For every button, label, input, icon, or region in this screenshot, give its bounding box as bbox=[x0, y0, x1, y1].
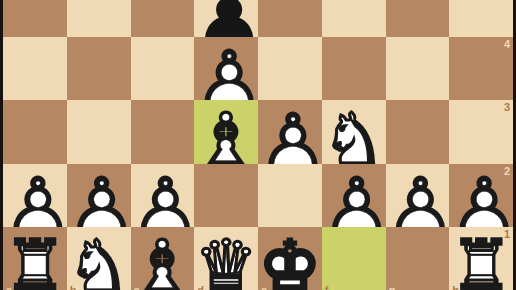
white-rook[interactable]: ♜♖ bbox=[3, 227, 67, 290]
board-viewport: ♟♟♙4♝♗♟♙♞♘3♟♙♟♙♟♙♟♙♟♙♟♙2♜♖a♞♘b♝♗c♛♕d♚♔ef… bbox=[3, 0, 513, 290]
white-pawn[interactable]: ♟♙ bbox=[386, 164, 450, 227]
square-b5[interactable] bbox=[67, 0, 131, 37]
square-c5[interactable] bbox=[131, 0, 195, 37]
square-c4[interactable] bbox=[131, 37, 195, 100]
square-c2[interactable]: ♟♙ bbox=[131, 164, 195, 227]
square-b2[interactable]: ♟♙ bbox=[67, 164, 131, 227]
white-pawn[interactable]: ♟♙ bbox=[131, 164, 195, 227]
chess-board: ♟♟♙4♝♗♟♙♞♘3♟♙♟♙♟♙♟♙♟♙♟♙2♜♖a♞♘b♝♗c♛♕d♚♔ef… bbox=[3, 0, 513, 290]
square-e2[interactable] bbox=[258, 164, 322, 227]
square-g2[interactable]: ♟♙ bbox=[386, 164, 450, 227]
square-f1[interactable]: f bbox=[322, 227, 386, 290]
square-d1[interactable]: ♛♕d bbox=[194, 227, 258, 290]
white-bishop[interactable]: ♝♗ bbox=[131, 227, 195, 290]
square-f4[interactable] bbox=[322, 37, 386, 100]
piece-outline-glyph: ♔ bbox=[258, 231, 321, 290]
square-e5[interactable] bbox=[258, 0, 322, 37]
white-rook[interactable]: ♜♖ bbox=[449, 227, 513, 290]
white-pawn[interactable]: ♟♙ bbox=[67, 164, 131, 227]
white-knight[interactable]: ♞♘ bbox=[322, 100, 386, 163]
white-pawn[interactable]: ♟♙ bbox=[258, 100, 322, 163]
file-coordinate-f: f bbox=[325, 285, 329, 290]
square-d3[interactable]: ♝♗ bbox=[194, 100, 258, 163]
square-f2[interactable]: ♟♙ bbox=[322, 164, 386, 227]
white-knight[interactable]: ♞♘ bbox=[67, 227, 131, 290]
square-h5[interactable] bbox=[449, 0, 513, 37]
file-coordinate-g: g bbox=[389, 285, 396, 290]
white-pawn[interactable]: ♟♙ bbox=[194, 37, 258, 100]
square-g3[interactable] bbox=[386, 100, 450, 163]
square-c1[interactable]: ♝♗c bbox=[131, 227, 195, 290]
square-e1[interactable]: ♚♔e bbox=[258, 227, 322, 290]
left-letterbox-bar bbox=[0, 0, 3, 290]
square-a4[interactable] bbox=[3, 37, 67, 100]
white-queen[interactable]: ♛♕ bbox=[194, 227, 258, 290]
square-a2[interactable]: ♟♙ bbox=[3, 164, 67, 227]
square-g5[interactable] bbox=[386, 0, 450, 37]
square-b3[interactable] bbox=[67, 100, 131, 163]
square-c3[interactable] bbox=[131, 100, 195, 163]
square-h4[interactable]: 4 bbox=[449, 37, 513, 100]
square-a5[interactable] bbox=[3, 0, 67, 37]
piece-outline-glyph: ♖ bbox=[3, 231, 66, 290]
black-pawn[interactable]: ♟ bbox=[194, 0, 258, 37]
square-b4[interactable] bbox=[67, 37, 131, 100]
square-h2[interactable]: ♟♙2 bbox=[449, 164, 513, 227]
square-g4[interactable] bbox=[386, 37, 450, 100]
square-d4[interactable]: ♟♙ bbox=[194, 37, 258, 100]
square-e4[interactable] bbox=[258, 37, 322, 100]
white-pawn[interactable]: ♟♙ bbox=[322, 164, 386, 227]
white-king[interactable]: ♚♔ bbox=[258, 227, 322, 290]
square-e3[interactable]: ♟♙ bbox=[258, 100, 322, 163]
square-h1[interactable]: ♜♖1h bbox=[449, 227, 513, 290]
square-f5[interactable] bbox=[322, 0, 386, 37]
square-b1[interactable]: ♞♘b bbox=[67, 227, 131, 290]
square-a3[interactable] bbox=[3, 100, 67, 163]
piece-outline-glyph: ♗ bbox=[131, 231, 194, 290]
square-d2[interactable] bbox=[194, 164, 258, 227]
square-h3[interactable]: 3 bbox=[449, 100, 513, 163]
piece-outline-glyph: ♕ bbox=[195, 231, 258, 290]
white-pawn[interactable]: ♟♙ bbox=[3, 164, 67, 227]
white-pawn[interactable]: ♟♙ bbox=[449, 164, 513, 227]
square-f3[interactable]: ♞♘ bbox=[322, 100, 386, 163]
piece-outline-glyph: ♘ bbox=[67, 231, 130, 290]
square-d5[interactable]: ♟ bbox=[194, 0, 258, 37]
square-a1[interactable]: ♜♖a bbox=[3, 227, 67, 290]
piece-outline-glyph: ♖ bbox=[450, 231, 513, 290]
square-g1[interactable]: g bbox=[386, 227, 450, 290]
rank-coordinate-3: 3 bbox=[504, 102, 510, 113]
white-bishop[interactable]: ♝♗ bbox=[194, 100, 258, 163]
video-frame: ♟♟♙4♝♗♟♙♞♘3♟♙♟♙♟♙♟♙♟♙♟♙2♜♖a♞♘b♝♗c♛♕d♚♔ef… bbox=[0, 0, 516, 290]
rank-coordinate-4: 4 bbox=[504, 39, 510, 50]
